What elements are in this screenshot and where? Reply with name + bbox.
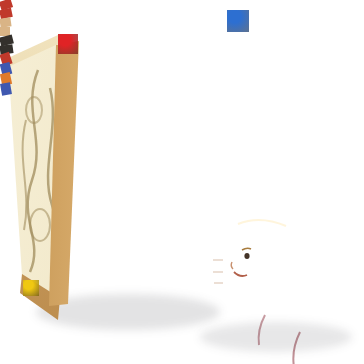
product-photo	[0, 0, 364, 364]
red-corner-ball	[58, 34, 78, 54]
blue-corner-ball	[227, 10, 249, 32]
corner-balls-layer	[0, 0, 364, 364]
yellow-corner-ball	[23, 280, 39, 296]
